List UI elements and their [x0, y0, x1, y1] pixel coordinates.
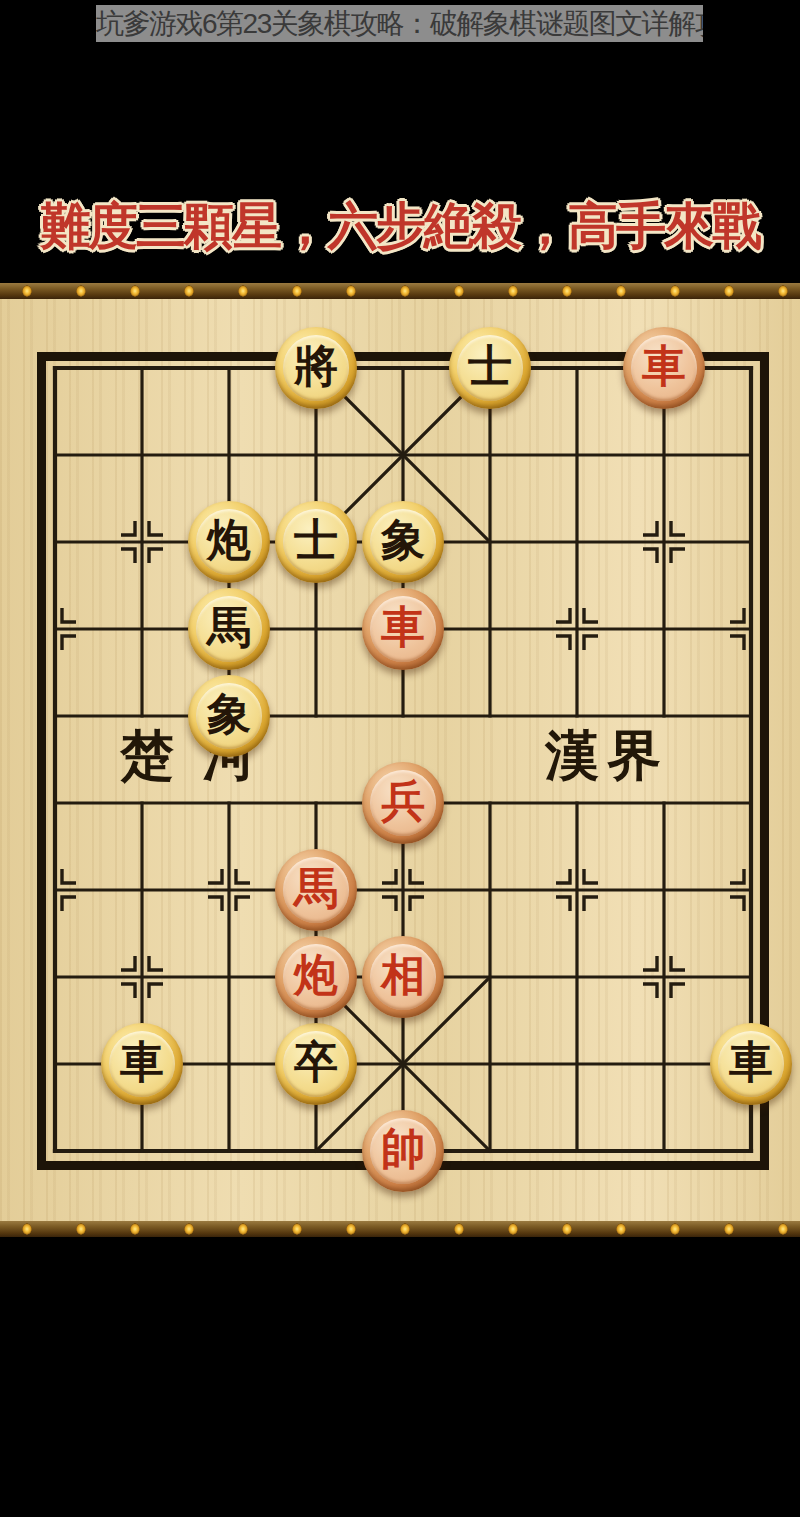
piece-glyph: 馬	[294, 867, 338, 911]
screenshot-root: 坑爹游戏6第23关象棋攻略：破解象棋谜题图文详解攻 難度三顆星，六步絶殺，高手來…	[0, 0, 800, 1517]
piece-glyph: 象	[207, 693, 251, 737]
challenge-banner: 難度三顆星，六步絶殺，高手來戰	[0, 192, 800, 260]
piece-red-cannon[interactable]: 炮	[275, 936, 357, 1018]
piece-face: 車	[631, 335, 697, 401]
piece-face: 車	[718, 1031, 784, 1097]
piece-face: 馬	[283, 857, 349, 923]
piece-black-elephant-b[interactable]: 象	[188, 675, 270, 757]
piece-face: 帥	[370, 1118, 436, 1184]
piece-face: 炮	[196, 509, 262, 575]
piece-red-elephant[interactable]: 相	[362, 936, 444, 1018]
piece-black-advisor-b[interactable]: 士	[275, 501, 357, 583]
piece-red-soldier[interactable]: 兵	[362, 762, 444, 844]
piece-face: 炮	[283, 944, 349, 1010]
piece-face: 車	[370, 596, 436, 662]
piece-face: 象	[370, 509, 436, 575]
xiangqi-board-panel: 楚河 漢界 將士炮士象馬象車卒車車車兵馬炮相帥	[0, 283, 800, 1237]
piece-black-chariot-b[interactable]: 車	[710, 1023, 792, 1105]
piece-glyph: 車	[729, 1041, 773, 1085]
piece-glyph: 兵	[381, 780, 425, 824]
piece-glyph: 車	[120, 1041, 164, 1085]
piece-glyph: 炮	[294, 954, 338, 998]
piece-black-soldier[interactable]: 卒	[275, 1023, 357, 1105]
piece-face: 兵	[370, 770, 436, 836]
piece-glyph: 卒	[294, 1041, 338, 1085]
piece-red-chariot-a[interactable]: 車	[623, 327, 705, 409]
piece-black-cannon[interactable]: 炮	[188, 501, 270, 583]
piece-glyph: 帥	[381, 1128, 425, 1172]
piece-glyph: 車	[381, 606, 425, 650]
piece-glyph: 象	[381, 519, 425, 563]
piece-face: 卒	[283, 1031, 349, 1097]
challenge-banner-text: 難度三顆星，六步絶殺，高手來戰	[40, 198, 760, 254]
piece-black-horse[interactable]: 馬	[188, 588, 270, 670]
decorative-stud-strip-bottom	[0, 1221, 800, 1237]
piece-glyph: 將	[294, 345, 338, 389]
piece-glyph: 炮	[207, 519, 251, 563]
piece-black-chariot-a[interactable]: 車	[101, 1023, 183, 1105]
piece-black-general[interactable]: 將	[275, 327, 357, 409]
piece-face: 象	[196, 683, 262, 749]
piece-glyph: 馬	[207, 606, 251, 650]
piece-glyph: 相	[381, 954, 425, 998]
page-title: 坑爹游戏6第23关象棋攻略：破解象棋谜题图文详解攻	[96, 5, 703, 42]
piece-red-general[interactable]: 帥	[362, 1110, 444, 1192]
piece-face: 馬	[196, 596, 262, 662]
piece-black-elephant-a[interactable]: 象	[362, 501, 444, 583]
piece-red-chariot-b[interactable]: 車	[362, 588, 444, 670]
piece-black-advisor-a[interactable]: 士	[449, 327, 531, 409]
piece-face: 車	[109, 1031, 175, 1097]
piece-glyph: 士	[294, 519, 338, 563]
piece-face: 士	[283, 509, 349, 575]
piece-face: 士	[457, 335, 523, 401]
river-label-han-jie: 漢界	[545, 727, 669, 785]
piece-face: 將	[283, 335, 349, 401]
piece-face: 相	[370, 944, 436, 1010]
page-title-bar: 坑爹游戏6第23关象棋攻略：破解象棋谜题图文详解攻	[96, 5, 703, 42]
piece-glyph: 士	[468, 345, 512, 389]
decorative-stud-strip-top	[0, 283, 800, 299]
piece-red-horse[interactable]: 馬	[275, 849, 357, 931]
piece-glyph: 車	[642, 345, 686, 389]
